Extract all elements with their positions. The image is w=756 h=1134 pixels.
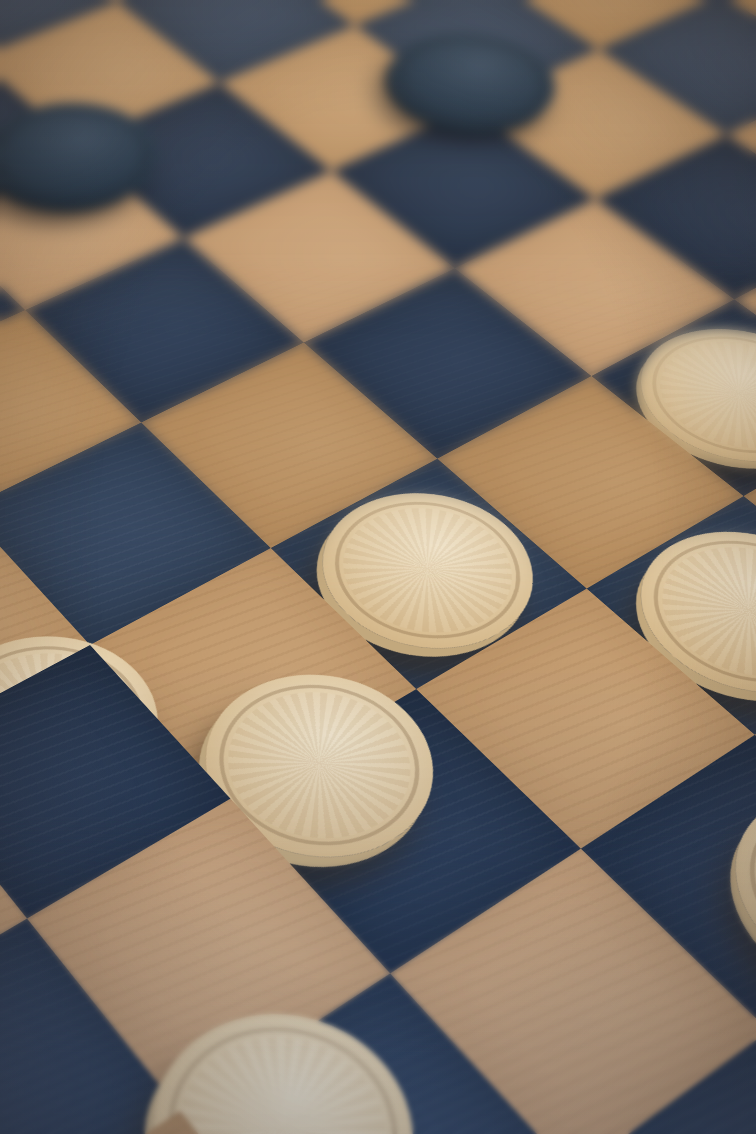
photo-stage <box>0 0 756 1134</box>
checkers-board <box>0 0 756 1134</box>
